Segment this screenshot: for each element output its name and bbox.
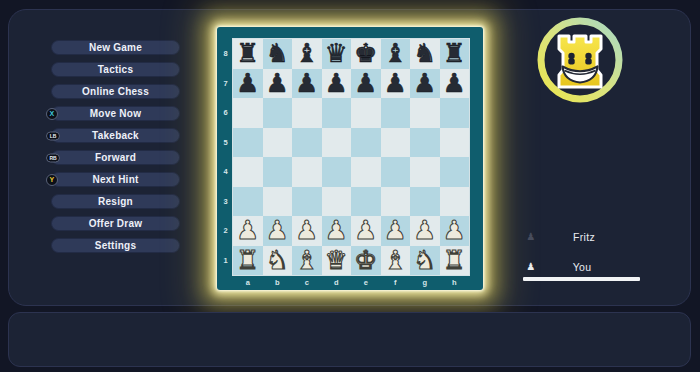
piece-white-rook[interactable]: ♜ [236,246,259,276]
square-g8[interactable]: ♞ [410,39,440,69]
rank-label-1: 1 [219,246,232,276]
file-label-f: f [381,276,411,289]
square-f7[interactable]: ♟ [381,69,411,99]
square-e2[interactable]: ♟ [351,216,381,246]
square-h5[interactable] [440,128,470,158]
piece-white-pawn[interactable]: ♟ [295,216,318,246]
square-a1[interactable]: ♜ [233,246,263,276]
square-g3[interactable] [410,187,440,217]
menu-button-label: Move Now [90,108,141,119]
rank-label-6: 6 [219,98,232,128]
file-label-d: d [322,276,352,289]
square-g6[interactable] [410,98,440,128]
piece-black-bishop[interactable]: ♝ [295,39,318,69]
piece-white-queen[interactable]: ♛ [325,246,348,276]
fritz-player-pawn-icon: ♟ [525,231,537,243]
menu-button-label: New Game [89,42,142,53]
square-h8[interactable]: ♜ [440,39,470,69]
menu-button-online-chess[interactable]: Online Chess [51,84,180,99]
square-e5[interactable] [351,128,381,158]
piece-white-pawn[interactable]: ♟ [413,216,436,246]
file-label-b: b [263,276,293,289]
square-c5[interactable] [292,128,322,158]
rank-label-5: 5 [219,128,232,158]
square-g5[interactable] [410,128,440,158]
square-e7[interactable]: ♟ [351,69,381,99]
rank-label-8: 8 [219,39,232,69]
square-d8[interactable]: ♛ [322,39,352,69]
file-label-e: e [351,276,381,289]
square-h6[interactable] [440,98,470,128]
piece-black-knight[interactable]: ♞ [266,39,289,69]
square-c6[interactable] [292,98,322,128]
menu-button-offer-draw[interactable]: Offer Draw [51,216,180,231]
fritz-logo [533,13,627,111]
menu-button-label: Takeback [92,130,139,141]
piece-black-queen[interactable]: ♛ [325,39,348,69]
square-c8[interactable]: ♝ [292,39,322,69]
menu-button-label: Next Hint [92,174,138,185]
square-f8[interactable]: ♝ [381,39,411,69]
piece-white-knight[interactable]: ♞ [413,246,436,276]
square-h1[interactable]: ♜ [440,246,470,276]
file-label-c: c [292,276,322,289]
square-b4[interactable] [263,157,293,187]
piece-black-pawn[interactable]: ♟ [384,69,407,99]
square-d4[interactable] [322,157,352,187]
square-b8[interactable]: ♞ [263,39,293,69]
square-d7[interactable]: ♟ [322,69,352,99]
piece-black-rook[interactable]: ♜ [236,39,259,69]
square-b3[interactable] [263,187,293,217]
menu-button-label: Settings [95,240,136,251]
piece-white-pawn[interactable]: ♟ [266,216,289,246]
square-b5[interactable] [263,128,293,158]
main-panel: New GameTacticsOnline ChessXMove NowLBTa… [8,9,691,306]
square-g1[interactable]: ♞ [410,246,440,276]
fritz-rook-mascot-icon [533,13,627,107]
piece-white-bishop[interactable]: ♝ [295,246,318,276]
square-e3[interactable] [351,187,381,217]
menu-button-forward[interactable]: RBForward [51,150,180,165]
rank-label-3: 3 [219,187,232,217]
player-name-black: Fritz [544,231,624,243]
menu-button-label: Offer Draw [89,218,143,229]
square-d2[interactable]: ♟ [322,216,352,246]
piece-black-pawn[interactable]: ♟ [413,69,436,99]
menu-button-resign[interactable]: Resign [51,194,180,209]
square-d6[interactable] [322,98,352,128]
square-f6[interactable] [381,98,411,128]
piece-white-knight[interactable]: ♞ [266,246,289,276]
square-f4[interactable] [381,157,411,187]
piece-black-pawn[interactable]: ♟ [295,69,318,99]
file-label-g: g [410,276,440,289]
square-a4[interactable] [233,157,263,187]
square-f2[interactable]: ♟ [381,216,411,246]
piece-white-bishop[interactable]: ♝ [384,246,407,276]
piece-white-king[interactable]: ♚ [354,246,377,276]
piece-black-rook[interactable]: ♜ [443,39,466,69]
square-a6[interactable] [233,98,263,128]
square-e6[interactable] [351,98,381,128]
menu-button-label: Tactics [98,64,133,75]
square-f5[interactable] [381,128,411,158]
square-b7[interactable]: ♟ [263,69,293,99]
menu-button-new-game[interactable]: New Game [51,40,180,55]
square-c7[interactable]: ♟ [292,69,322,99]
square-e8[interactable]: ♚ [351,39,381,69]
square-h2[interactable]: ♟ [440,216,470,246]
square-g2[interactable]: ♟ [410,216,440,246]
square-h7[interactable]: ♟ [440,69,470,99]
fritz-chess-app: { "app": { "name": "Fritz Chess", "logo"… [0,0,700,372]
square-g4[interactable] [410,157,440,187]
controller-lb-button-icon: LB [46,131,60,140]
controller-rb-button-icon: RB [46,153,60,162]
square-c4[interactable] [292,157,322,187]
square-a5[interactable] [233,128,263,158]
file-label-a: a [233,276,263,289]
square-h3[interactable] [440,187,470,217]
square-b2[interactable]: ♟ [263,216,293,246]
menu-button-tactics[interactable]: Tactics [51,62,180,77]
piece-black-pawn[interactable]: ♟ [443,69,466,99]
square-h4[interactable] [440,157,470,187]
controller-y-button-icon: Y [46,174,58,186]
menu-button-label: Forward [95,152,136,163]
piece-white-pawn[interactable]: ♟ [236,216,259,246]
square-b1[interactable]: ♞ [263,246,293,276]
active-player-indicator-bar [523,277,640,281]
rank-label-2: 2 [219,216,232,246]
square-d5[interactable] [322,128,352,158]
menu-button-label: Resign [98,196,133,207]
square-b6[interactable] [263,98,293,128]
piece-white-pawn[interactable]: ♟ [443,216,466,246]
rank-label-7: 7 [219,69,232,99]
piece-black-pawn[interactable]: ♟ [354,69,377,99]
file-label-h: h [440,276,470,289]
menu-button-label: Online Chess [82,86,149,97]
square-a7[interactable]: ♟ [233,69,263,99]
piece-white-pawn[interactable]: ♟ [354,216,377,246]
controller-x-button-icon: X [46,108,58,120]
square-a8[interactable]: ♜ [233,39,263,69]
rank-label-4: 4 [219,157,232,187]
menu-button-takeback[interactable]: LBTakeback [51,128,180,143]
board-squares: ♜♞♝♛♚♝♞♜♟♟♟♟♟♟♟♟♟♟♟♟♟♟♟♟♜♞♝♛♚♝♞♜ [233,39,469,275]
square-c3[interactable] [292,187,322,217]
piece-black-knight[interactable]: ♞ [413,39,436,69]
square-d1[interactable]: ♛ [322,246,352,276]
square-f3[interactable] [381,187,411,217]
bottom-panel [8,312,691,367]
piece-white-pawn[interactable]: ♟ [384,216,407,246]
square-a2[interactable]: ♟ [233,216,263,246]
square-e1[interactable]: ♚ [351,246,381,276]
square-a3[interactable] [233,187,263,217]
menu-button-settings[interactable]: Settings [51,238,180,253]
square-c1[interactable]: ♝ [292,246,322,276]
piece-black-king[interactable]: ♚ [354,39,377,69]
piece-white-pawn[interactable]: ♟ [325,216,348,246]
square-d3[interactable] [322,187,352,217]
square-e4[interactable] [351,157,381,187]
piece-black-pawn[interactable]: ♟ [236,69,259,99]
piece-black-pawn[interactable]: ♟ [266,69,289,99]
piece-white-rook[interactable]: ♜ [443,246,466,276]
piece-black-pawn[interactable]: ♟ [325,69,348,99]
player-name-white: You [542,261,622,273]
square-g7[interactable]: ♟ [410,69,440,99]
square-f1[interactable]: ♝ [381,246,411,276]
menu-button-next-hint[interactable]: YNext Hint [51,172,180,187]
piece-black-bishop[interactable]: ♝ [384,39,407,69]
square-c2[interactable]: ♟ [292,216,322,246]
chess-board: ♜♞♝♛♚♝♞♜♟♟♟♟♟♟♟♟♟♟♟♟♟♟♟♟♜♞♝♛♚♝♞♜ 8765432… [217,27,483,290]
you-player-pawn-icon: ♟ [525,261,537,273]
menu-button-move-now[interactable]: XMove Now [51,106,180,121]
